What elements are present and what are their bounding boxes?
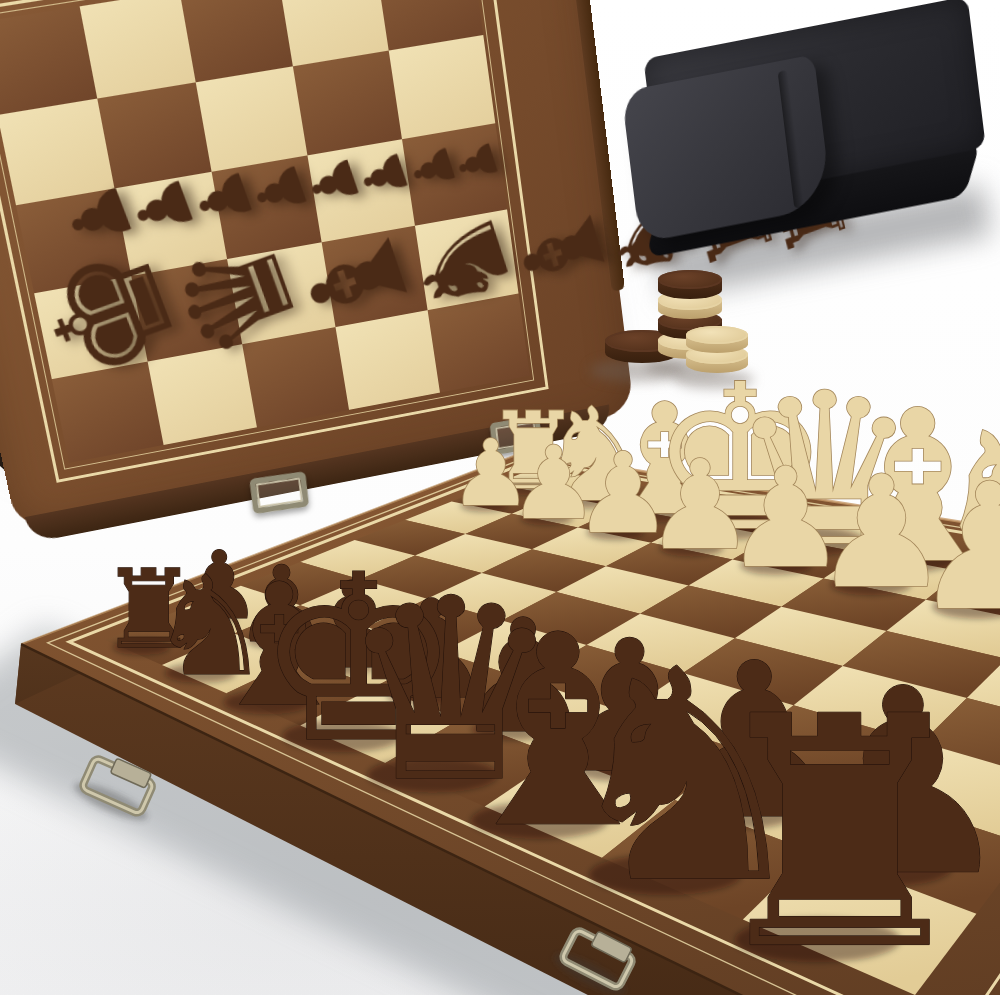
piece-white-p-b2: ♟	[912, 446, 1000, 649]
main-chess-board: ♜♞♟♝♟♚♟♛♟♝♟♞♟♜♟♟♟♟♜♟♞♟♝♟♚♟♛♟♝♟♞♜	[0, 0, 1000, 995]
piece-black-r-a8: ♜	[697, 649, 982, 995]
product-photo-scene: ♟♟♟♟♟♟♟♟ ♚♛♝♞♝♞♜♜	[0, 0, 1000, 995]
